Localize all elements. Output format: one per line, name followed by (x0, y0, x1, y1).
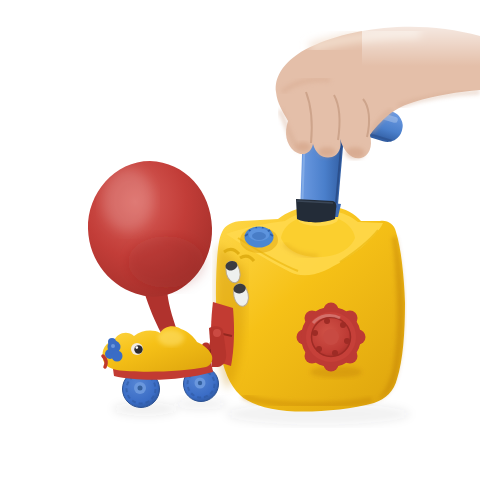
balloon-shade (128, 236, 204, 288)
cap-top-inner (252, 232, 266, 240)
balloon-highlight (102, 168, 154, 232)
connector-knob (213, 329, 221, 337)
dial-hub (323, 329, 339, 345)
car-eye-pupil (134, 345, 142, 353)
wrist-blowout (362, 8, 480, 66)
product-photo (0, 0, 480, 480)
pump-box (202, 207, 406, 412)
car-mound-highlight (158, 330, 184, 346)
scene-canvas (0, 0, 480, 480)
wheel-hub-dot (138, 386, 143, 391)
car-eye-glint (136, 346, 139, 349)
wheel-hub-dot (198, 381, 202, 385)
